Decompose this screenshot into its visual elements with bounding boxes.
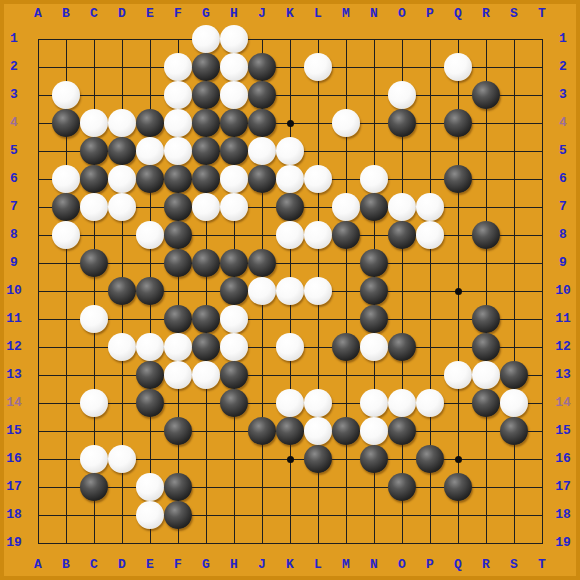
intersection[interactable] — [444, 221, 472, 249]
intersection[interactable] — [276, 137, 304, 165]
intersection[interactable] — [500, 193, 528, 221]
intersection[interactable] — [192, 529, 220, 557]
intersection[interactable] — [360, 389, 388, 417]
intersection[interactable] — [192, 25, 220, 53]
intersection[interactable] — [388, 361, 416, 389]
intersection[interactable] — [220, 501, 248, 529]
intersection[interactable] — [80, 221, 108, 249]
intersection[interactable] — [164, 389, 192, 417]
intersection[interactable] — [444, 305, 472, 333]
intersection[interactable] — [248, 333, 276, 361]
intersection[interactable] — [136, 25, 164, 53]
intersection[interactable] — [472, 249, 500, 277]
intersection[interactable] — [472, 361, 500, 389]
intersection[interactable] — [304, 249, 332, 277]
intersection[interactable] — [220, 417, 248, 445]
intersection[interactable] — [220, 333, 248, 361]
intersection[interactable] — [332, 529, 360, 557]
intersection[interactable] — [472, 165, 500, 193]
intersection[interactable] — [192, 389, 220, 417]
intersection[interactable] — [472, 81, 500, 109]
intersection[interactable] — [164, 333, 192, 361]
intersection[interactable] — [500, 109, 528, 137]
intersection[interactable] — [360, 417, 388, 445]
intersection[interactable] — [108, 473, 136, 501]
intersection[interactable] — [108, 333, 136, 361]
intersection[interactable] — [304, 53, 332, 81]
intersection[interactable] — [304, 361, 332, 389]
intersection[interactable] — [24, 277, 52, 305]
intersection[interactable] — [108, 165, 136, 193]
intersection[interactable] — [416, 193, 444, 221]
intersection[interactable] — [472, 417, 500, 445]
intersection[interactable] — [304, 501, 332, 529]
intersection[interactable] — [80, 53, 108, 81]
intersection[interactable] — [332, 109, 360, 137]
intersection[interactable] — [108, 137, 136, 165]
intersection[interactable] — [500, 417, 528, 445]
intersection[interactable] — [416, 137, 444, 165]
intersection[interactable] — [192, 277, 220, 305]
intersection[interactable] — [136, 305, 164, 333]
intersection[interactable] — [500, 333, 528, 361]
intersection[interactable] — [500, 249, 528, 277]
intersection[interactable] — [472, 221, 500, 249]
intersection[interactable] — [136, 333, 164, 361]
intersection[interactable] — [108, 193, 136, 221]
intersection[interactable] — [444, 501, 472, 529]
intersection[interactable] — [332, 445, 360, 473]
intersection[interactable] — [24, 389, 52, 417]
intersection[interactable] — [220, 529, 248, 557]
intersection[interactable] — [164, 193, 192, 221]
intersection[interactable] — [444, 137, 472, 165]
intersection[interactable] — [500, 25, 528, 53]
intersection[interactable] — [472, 445, 500, 473]
intersection[interactable] — [500, 445, 528, 473]
intersection[interactable] — [416, 165, 444, 193]
intersection[interactable] — [136, 501, 164, 529]
intersection[interactable] — [360, 473, 388, 501]
intersection[interactable] — [416, 389, 444, 417]
intersection[interactable] — [304, 305, 332, 333]
intersection[interactable] — [80, 277, 108, 305]
intersection[interactable] — [332, 305, 360, 333]
intersection[interactable] — [192, 53, 220, 81]
intersection[interactable] — [416, 473, 444, 501]
intersection[interactable] — [332, 25, 360, 53]
intersection[interactable] — [164, 277, 192, 305]
intersection[interactable] — [360, 445, 388, 473]
intersection[interactable] — [304, 137, 332, 165]
intersection[interactable] — [220, 473, 248, 501]
intersection[interactable] — [192, 445, 220, 473]
intersection[interactable] — [388, 305, 416, 333]
intersection[interactable] — [304, 81, 332, 109]
intersection[interactable] — [388, 109, 416, 137]
intersection[interactable] — [24, 165, 52, 193]
intersection[interactable] — [388, 333, 416, 361]
intersection[interactable] — [220, 389, 248, 417]
intersection[interactable] — [416, 361, 444, 389]
intersection[interactable] — [80, 249, 108, 277]
intersection[interactable] — [52, 165, 80, 193]
intersection[interactable] — [80, 501, 108, 529]
intersection[interactable] — [416, 445, 444, 473]
intersection[interactable] — [416, 529, 444, 557]
intersection[interactable] — [304, 193, 332, 221]
intersection[interactable] — [360, 137, 388, 165]
intersection[interactable] — [388, 277, 416, 305]
intersection[interactable] — [388, 501, 416, 529]
intersection[interactable] — [444, 445, 472, 473]
intersection[interactable] — [276, 81, 304, 109]
intersection[interactable] — [108, 445, 136, 473]
intersection[interactable] — [80, 137, 108, 165]
intersection[interactable] — [248, 529, 276, 557]
intersection[interactable] — [388, 473, 416, 501]
intersection[interactable] — [444, 389, 472, 417]
intersection[interactable] — [304, 165, 332, 193]
intersection[interactable] — [136, 389, 164, 417]
intersection[interactable] — [332, 333, 360, 361]
intersection[interactable] — [164, 445, 192, 473]
intersection[interactable] — [276, 305, 304, 333]
intersection[interactable] — [164, 25, 192, 53]
intersection[interactable] — [24, 305, 52, 333]
intersection[interactable] — [24, 361, 52, 389]
intersection[interactable] — [24, 193, 52, 221]
intersection[interactable] — [108, 305, 136, 333]
intersection[interactable] — [276, 361, 304, 389]
intersection[interactable] — [276, 53, 304, 81]
intersection[interactable] — [276, 221, 304, 249]
intersection[interactable] — [248, 277, 276, 305]
intersection[interactable] — [248, 137, 276, 165]
intersection[interactable] — [220, 137, 248, 165]
intersection[interactable] — [360, 305, 388, 333]
intersection[interactable] — [52, 249, 80, 277]
intersection[interactable] — [136, 417, 164, 445]
intersection[interactable] — [108, 109, 136, 137]
intersection[interactable] — [24, 137, 52, 165]
intersection[interactable] — [192, 305, 220, 333]
intersection[interactable] — [108, 249, 136, 277]
intersection[interactable] — [276, 389, 304, 417]
intersection[interactable] — [388, 389, 416, 417]
intersection[interactable] — [164, 137, 192, 165]
intersection[interactable] — [192, 109, 220, 137]
intersection[interactable] — [444, 277, 472, 305]
intersection[interactable] — [500, 277, 528, 305]
intersection[interactable] — [80, 333, 108, 361]
intersection[interactable] — [136, 109, 164, 137]
intersection[interactable] — [220, 109, 248, 137]
intersection[interactable] — [332, 249, 360, 277]
intersection[interactable] — [276, 417, 304, 445]
intersection[interactable] — [192, 333, 220, 361]
intersection[interactable] — [52, 25, 80, 53]
intersection[interactable] — [80, 529, 108, 557]
intersection[interactable] — [108, 361, 136, 389]
intersection[interactable] — [304, 277, 332, 305]
intersection[interactable] — [388, 529, 416, 557]
intersection[interactable] — [164, 53, 192, 81]
intersection[interactable] — [136, 361, 164, 389]
intersection[interactable] — [192, 501, 220, 529]
intersection[interactable] — [220, 445, 248, 473]
intersection[interactable] — [164, 417, 192, 445]
intersection[interactable] — [276, 529, 304, 557]
intersection[interactable] — [248, 109, 276, 137]
intersection[interactable] — [500, 221, 528, 249]
intersection[interactable] — [388, 445, 416, 473]
intersection[interactable] — [276, 165, 304, 193]
intersection[interactable] — [444, 109, 472, 137]
intersection[interactable] — [80, 109, 108, 137]
intersection[interactable] — [248, 221, 276, 249]
intersection[interactable] — [108, 25, 136, 53]
intersection[interactable] — [416, 249, 444, 277]
intersection[interactable] — [248, 165, 276, 193]
intersection[interactable] — [276, 333, 304, 361]
intersection[interactable] — [388, 81, 416, 109]
intersection[interactable] — [276, 277, 304, 305]
intersection[interactable] — [500, 53, 528, 81]
intersection[interactable] — [360, 25, 388, 53]
intersection[interactable] — [52, 361, 80, 389]
intersection[interactable] — [500, 529, 528, 557]
intersection[interactable] — [360, 529, 388, 557]
intersection[interactable] — [304, 109, 332, 137]
intersection[interactable] — [388, 417, 416, 445]
intersection[interactable] — [192, 221, 220, 249]
intersection[interactable] — [80, 81, 108, 109]
intersection[interactable] — [108, 81, 136, 109]
intersection[interactable] — [52, 473, 80, 501]
intersection[interactable] — [248, 193, 276, 221]
intersection[interactable] — [192, 249, 220, 277]
intersection[interactable] — [388, 137, 416, 165]
intersection[interactable] — [80, 165, 108, 193]
intersection[interactable] — [416, 221, 444, 249]
intersection[interactable] — [500, 165, 528, 193]
intersection[interactable] — [444, 473, 472, 501]
intersection[interactable] — [52, 109, 80, 137]
intersection[interactable] — [388, 193, 416, 221]
intersection[interactable] — [220, 193, 248, 221]
intersection[interactable] — [164, 361, 192, 389]
intersection[interactable] — [52, 221, 80, 249]
intersection[interactable] — [472, 473, 500, 501]
intersection[interactable] — [304, 529, 332, 557]
intersection[interactable] — [276, 473, 304, 501]
intersection[interactable] — [500, 473, 528, 501]
intersection[interactable] — [164, 473, 192, 501]
intersection[interactable] — [416, 25, 444, 53]
intersection[interactable] — [108, 221, 136, 249]
intersection[interactable] — [388, 165, 416, 193]
intersection[interactable] — [220, 249, 248, 277]
intersection[interactable] — [52, 529, 80, 557]
intersection[interactable] — [332, 277, 360, 305]
intersection[interactable] — [304, 221, 332, 249]
intersection[interactable] — [500, 81, 528, 109]
intersection[interactable] — [472, 305, 500, 333]
intersection[interactable] — [332, 81, 360, 109]
intersection[interactable] — [192, 137, 220, 165]
intersection[interactable] — [248, 445, 276, 473]
intersection[interactable] — [248, 53, 276, 81]
intersection[interactable] — [52, 445, 80, 473]
intersection[interactable] — [192, 193, 220, 221]
intersection[interactable] — [164, 165, 192, 193]
intersection[interactable] — [164, 109, 192, 137]
intersection[interactable] — [248, 361, 276, 389]
intersection[interactable] — [24, 25, 52, 53]
intersection[interactable] — [304, 25, 332, 53]
intersection[interactable] — [360, 193, 388, 221]
intersection[interactable] — [24, 445, 52, 473]
intersection[interactable] — [416, 277, 444, 305]
intersection[interactable] — [24, 529, 52, 557]
intersection[interactable] — [80, 389, 108, 417]
intersection[interactable] — [248, 473, 276, 501]
intersection[interactable] — [220, 305, 248, 333]
intersection[interactable] — [52, 501, 80, 529]
intersection[interactable] — [444, 53, 472, 81]
intersection[interactable] — [192, 417, 220, 445]
intersection[interactable] — [52, 333, 80, 361]
intersection[interactable] — [164, 249, 192, 277]
intersection[interactable] — [444, 529, 472, 557]
intersection[interactable] — [360, 361, 388, 389]
intersection[interactable] — [136, 137, 164, 165]
intersection[interactable] — [80, 445, 108, 473]
intersection[interactable] — [304, 445, 332, 473]
intersection[interactable] — [304, 333, 332, 361]
intersection[interactable] — [444, 333, 472, 361]
intersection[interactable] — [332, 165, 360, 193]
intersection[interactable] — [24, 53, 52, 81]
intersection[interactable] — [472, 333, 500, 361]
intersection[interactable] — [136, 193, 164, 221]
intersection[interactable] — [360, 165, 388, 193]
intersection[interactable] — [136, 473, 164, 501]
intersection[interactable] — [164, 529, 192, 557]
intersection[interactable] — [444, 165, 472, 193]
intersection[interactable] — [388, 221, 416, 249]
intersection[interactable] — [220, 361, 248, 389]
intersection[interactable] — [220, 81, 248, 109]
intersection[interactable] — [444, 249, 472, 277]
intersection[interactable] — [24, 109, 52, 137]
intersection[interactable] — [248, 81, 276, 109]
intersection[interactable] — [136, 249, 164, 277]
intersection[interactable] — [52, 305, 80, 333]
intersection[interactable] — [248, 305, 276, 333]
intersection[interactable] — [332, 389, 360, 417]
intersection[interactable] — [416, 417, 444, 445]
intersection[interactable] — [52, 193, 80, 221]
intersection[interactable] — [276, 501, 304, 529]
intersection[interactable] — [52, 137, 80, 165]
intersection[interactable] — [276, 445, 304, 473]
intersection[interactable] — [80, 305, 108, 333]
intersection[interactable] — [248, 501, 276, 529]
intersection[interactable] — [332, 53, 360, 81]
intersection[interactable] — [276, 109, 304, 137]
intersection[interactable] — [416, 109, 444, 137]
intersection[interactable] — [192, 473, 220, 501]
intersection[interactable] — [52, 53, 80, 81]
intersection[interactable] — [444, 25, 472, 53]
intersection[interactable] — [360, 501, 388, 529]
intersection[interactable] — [360, 249, 388, 277]
intersection[interactable] — [24, 473, 52, 501]
intersection[interactable] — [444, 193, 472, 221]
intersection[interactable] — [500, 389, 528, 417]
intersection[interactable] — [472, 501, 500, 529]
intersection[interactable] — [80, 193, 108, 221]
intersection[interactable] — [136, 53, 164, 81]
intersection[interactable] — [304, 473, 332, 501]
intersection[interactable] — [444, 361, 472, 389]
intersection[interactable] — [416, 333, 444, 361]
intersection[interactable] — [220, 165, 248, 193]
intersection[interactable] — [108, 417, 136, 445]
intersection[interactable] — [52, 81, 80, 109]
intersection[interactable] — [192, 165, 220, 193]
intersection[interactable] — [24, 417, 52, 445]
intersection[interactable] — [360, 333, 388, 361]
intersection[interactable] — [192, 81, 220, 109]
intersection[interactable] — [108, 501, 136, 529]
intersection[interactable] — [472, 25, 500, 53]
intersection[interactable] — [416, 501, 444, 529]
intersection[interactable] — [304, 417, 332, 445]
intersection[interactable] — [472, 53, 500, 81]
intersection[interactable] — [332, 221, 360, 249]
intersection[interactable] — [136, 221, 164, 249]
intersection[interactable] — [388, 25, 416, 53]
intersection[interactable] — [276, 249, 304, 277]
intersection[interactable] — [332, 193, 360, 221]
intersection[interactable] — [472, 109, 500, 137]
intersection[interactable] — [220, 53, 248, 81]
intersection[interactable] — [108, 277, 136, 305]
intersection[interactable] — [136, 165, 164, 193]
intersection[interactable] — [248, 249, 276, 277]
intersection[interactable] — [220, 25, 248, 53]
intersection[interactable] — [444, 417, 472, 445]
intersection[interactable] — [500, 305, 528, 333]
intersection[interactable] — [220, 221, 248, 249]
intersection[interactable] — [24, 249, 52, 277]
intersection[interactable] — [24, 81, 52, 109]
intersection[interactable] — [108, 389, 136, 417]
intersection[interactable] — [80, 417, 108, 445]
intersection[interactable] — [52, 389, 80, 417]
intersection[interactable] — [332, 417, 360, 445]
intersection[interactable] — [220, 277, 248, 305]
intersection[interactable] — [388, 249, 416, 277]
intersection[interactable] — [24, 501, 52, 529]
intersection[interactable] — [304, 389, 332, 417]
intersection[interactable] — [360, 277, 388, 305]
intersection[interactable] — [136, 277, 164, 305]
intersection[interactable] — [136, 81, 164, 109]
